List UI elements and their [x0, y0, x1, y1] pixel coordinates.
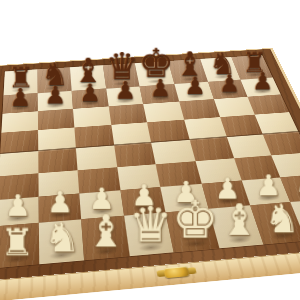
folding-chess-board-box: ♜♞♝♛♚♝♞♜♟♟♟♟♟♟♟♟♟♟♟♟♟♟♟♟♜♞♝♛♚♝♞♜ [0, 48, 300, 282]
piece-white-pawn-h2[interactable]: ♟ [295, 168, 300, 196]
square-f6[interactable] [179, 99, 219, 120]
piece-white-pawn-a2[interactable]: ♟ [5, 191, 31, 221]
square-h6[interactable] [247, 94, 289, 114]
piece-black-pawn-h7[interactable]: ♟ [252, 69, 273, 93]
piece-white-rook-a1[interactable]: ♜ [0, 224, 34, 261]
piece-white-knight-b1[interactable]: ♞ [44, 217, 81, 258]
piece-white-bishop-f1[interactable]: ♝ [220, 199, 259, 242]
piece-black-pawn-a7[interactable]: ♟ [9, 85, 31, 109]
square-d1[interactable]: ♛ [124, 212, 174, 256]
square-d4[interactable] [114, 143, 156, 167]
square-a4[interactable] [0, 151, 39, 176]
piece-white-bishop-c1[interactable]: ♝ [87, 209, 127, 253]
square-e1[interactable]: ♚ [165, 209, 220, 253]
square-b4[interactable] [38, 148, 78, 173]
piece-black-pawn-e7[interactable]: ♟ [150, 76, 172, 100]
square-c1[interactable]: ♝ [82, 216, 130, 260]
piece-white-knight-g1[interactable]: ♞ [264, 199, 300, 239]
square-a1[interactable]: ♜ [0, 223, 40, 268]
square-h7[interactable]: ♟ [240, 78, 280, 97]
piece-black-pawn-d7[interactable]: ♟ [114, 78, 136, 102]
square-c6[interactable] [73, 106, 111, 127]
product-photo-background: ♜♞♝♛♚♝♞♜♟♟♟♟♟♟♟♟♟♟♟♟♟♟♟♟♜♞♝♛♚♝♞♜ [0, 0, 300, 300]
square-d6[interactable] [108, 104, 147, 125]
brass-clasp[interactable] [163, 266, 189, 278]
chess-board: ♜♞♝♛♚♝♞♜♟♟♟♟♟♟♟♟♟♟♟♟♟♟♟♟♜♞♝♛♚♝♞♜ [0, 55, 300, 268]
piece-black-pawn-b7[interactable]: ♟ [45, 83, 67, 107]
piece-white-king-e1[interactable]: ♚ [172, 194, 218, 246]
piece-black-pawn-f7[interactable]: ♟ [185, 74, 206, 98]
square-c4[interactable] [76, 145, 117, 170]
square-b6[interactable] [38, 109, 75, 131]
square-e7[interactable]: ♟ [139, 84, 179, 104]
square-d7[interactable]: ♟ [106, 86, 143, 106]
square-b1[interactable]: ♞ [39, 219, 85, 264]
piece-black-pawn-c7[interactable]: ♟ [80, 80, 102, 104]
chess-board-scene: ♜♞♝♛♚♝♞♜♟♟♟♟♟♟♟♟♟♟♟♟♟♟♟♟♜♞♝♛♚♝♞♜ [0, 48, 300, 282]
square-e6[interactable] [143, 101, 184, 122]
piece-white-queen-d1[interactable]: ♛ [129, 201, 173, 250]
piece-black-pawn-g7[interactable]: ♟ [218, 71, 239, 95]
